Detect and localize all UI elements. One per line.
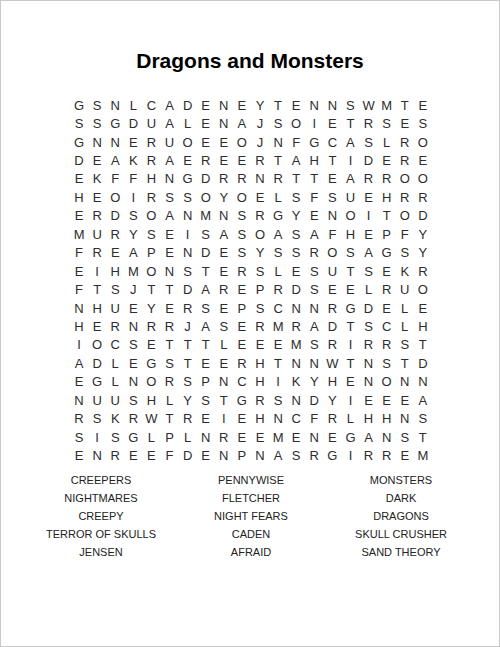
word-list-item: JENSEN	[26, 543, 176, 561]
grid-cell: E	[197, 354, 215, 372]
grid-cell: D	[88, 354, 106, 372]
grid-cell: R	[142, 133, 160, 151]
grid-cell: R	[179, 299, 197, 317]
grid-cell: T	[142, 280, 160, 298]
grid-cell: A	[305, 317, 323, 335]
grid-cell: F	[106, 170, 124, 188]
grid-cell: S	[106, 280, 124, 298]
grid-cell: M	[269, 428, 287, 446]
grid-cell: E	[124, 133, 142, 151]
grid-cell: N	[323, 96, 341, 114]
grid-cell: T	[88, 280, 106, 298]
grid-cell: E	[323, 114, 341, 132]
grid-cell: N	[179, 207, 197, 225]
grid-cell: J	[251, 114, 269, 132]
grid-cell: G	[124, 428, 142, 446]
grid-cell: T	[414, 336, 432, 354]
grid-cell: T	[341, 262, 359, 280]
grid-cell: E	[269, 336, 287, 354]
word-list-item: NIGHT FEARS	[176, 507, 326, 525]
grid-cell: A	[160, 114, 178, 132]
grid-cell: S	[305, 336, 323, 354]
grid-cell: S	[323, 188, 341, 206]
grid-cell: F	[124, 170, 142, 188]
grid-cell: E	[251, 188, 269, 206]
grid-cell: G	[233, 391, 251, 409]
grid-cell: R	[197, 151, 215, 169]
grid-cell: E	[251, 336, 269, 354]
grid-cell: T	[160, 280, 178, 298]
grid-cell: I	[341, 391, 359, 409]
grid-cell: Y	[414, 225, 432, 243]
grid-cell: N	[396, 373, 414, 391]
grid-cell: N	[378, 428, 396, 446]
grid-cell: Y	[251, 244, 269, 262]
grid-cell: S	[414, 409, 432, 427]
grid-cell: I	[88, 428, 106, 446]
grid-cell: D	[124, 114, 142, 132]
grid-cell: E	[396, 391, 414, 409]
grid-cell: E	[378, 299, 396, 317]
grid-cell: S	[233, 225, 251, 243]
grid-cell: R	[360, 336, 378, 354]
grid-cell: Y	[142, 299, 160, 317]
grid-cell: T	[197, 336, 215, 354]
grid-cell: S	[360, 133, 378, 151]
grid-cell: P	[197, 373, 215, 391]
grid-cell: F	[70, 244, 88, 262]
grid-cell: L	[360, 280, 378, 298]
grid-cell: R	[269, 170, 287, 188]
grid-cell: N	[106, 96, 124, 114]
grid-cell: S	[197, 225, 215, 243]
grid-cell: R	[323, 299, 341, 317]
grid-cell: A	[160, 96, 178, 114]
grid-cell: E	[179, 151, 197, 169]
grid-cell: W	[323, 354, 341, 372]
grid-cell: R	[179, 409, 197, 427]
grid-cell: H	[341, 225, 359, 243]
grid-cell: A	[197, 317, 215, 335]
grid-cell: O	[251, 225, 269, 243]
grid-cell: P	[142, 244, 160, 262]
grid-cell: Y	[215, 188, 233, 206]
grid-cell: N	[197, 428, 215, 446]
grid-cell: R	[215, 428, 233, 446]
grid-cell: R	[106, 317, 124, 335]
grid-cell: F	[305, 409, 323, 427]
grid-cell: S	[378, 114, 396, 132]
grid-cell: O	[179, 133, 197, 151]
grid-cell: R	[251, 151, 269, 169]
grid-cell: R	[215, 170, 233, 188]
grid-cell: Y	[323, 391, 341, 409]
grid-cell: I	[269, 373, 287, 391]
grid-cell: U	[142, 114, 160, 132]
grid-cell: O	[233, 133, 251, 151]
grid-cell: O	[142, 207, 160, 225]
grid-cell: R	[414, 262, 432, 280]
grid-cell: S	[269, 244, 287, 262]
grid-cell: E	[378, 151, 396, 169]
grid-cell: S	[305, 262, 323, 280]
grid-cell: K	[124, 151, 142, 169]
grid-cell: E	[233, 96, 251, 114]
grid-cell: O	[378, 373, 396, 391]
word-list: CREEPERSNIGHTMARESCREEPYTERROR OF SKULLS…	[26, 471, 476, 561]
grid-cell: A	[70, 354, 88, 372]
grid-cell: N	[305, 96, 323, 114]
grid-cell: S	[124, 336, 142, 354]
grid-cell: M	[197, 207, 215, 225]
grid-cell: O	[106, 188, 124, 206]
grid-cell: M	[124, 262, 142, 280]
grid-cell: R	[106, 225, 124, 243]
grid-cell: E	[233, 336, 251, 354]
grid-cell: L	[106, 373, 124, 391]
grid-cell: Y	[287, 207, 305, 225]
grid-cell: E	[414, 96, 432, 114]
grid-cell: E	[88, 151, 106, 169]
grid-cell: E	[414, 151, 432, 169]
grid-cell: Y	[124, 225, 142, 243]
grid-cell: A	[124, 244, 142, 262]
grid-cell: A	[197, 280, 215, 298]
grid-cell: E	[70, 373, 88, 391]
grid-cell: G	[378, 244, 396, 262]
grid-cell: E	[287, 428, 305, 446]
grid-cell: S	[179, 188, 197, 206]
grid-cell: E	[396, 114, 414, 132]
word-list-item: CREEPY	[26, 507, 176, 525]
grid-cell: T	[341, 354, 359, 372]
grid-cell: H	[70, 317, 88, 335]
grid-cell: N	[215, 96, 233, 114]
grid-cell: H	[414, 317, 432, 335]
grid-cell: R	[360, 114, 378, 132]
grid-cell: S	[305, 280, 323, 298]
grid-cell: A	[269, 225, 287, 243]
grid-cell: E	[197, 409, 215, 427]
word-list-item: SKULL CRUSHER	[326, 525, 476, 543]
grid-cell: S	[88, 409, 106, 427]
grid-cell: C	[233, 373, 251, 391]
grid-cell: S	[287, 244, 305, 262]
grid-cell: I	[88, 262, 106, 280]
grid-cell: E	[341, 280, 359, 298]
grid-cell: R	[378, 446, 396, 464]
grid-cell: D	[179, 446, 197, 464]
grid-cell: G	[70, 133, 88, 151]
grid-cell: E	[305, 207, 323, 225]
grid-cell: I	[305, 114, 323, 132]
grid-cell: I	[124, 188, 142, 206]
grid-cell: R	[106, 446, 124, 464]
word-list-item: CREEPERS	[26, 471, 176, 489]
grid-cell: N	[160, 262, 178, 280]
grid-cell: G	[341, 299, 359, 317]
grid-cell: R	[160, 373, 178, 391]
grid-cell: C	[106, 336, 124, 354]
grid-cell: I	[215, 409, 233, 427]
grid-cell: R	[378, 170, 396, 188]
grid-cell: T	[287, 170, 305, 188]
grid-cell: D	[305, 391, 323, 409]
grid-cell: R	[414, 188, 432, 206]
grid-cell: I	[70, 336, 88, 354]
word-list-column: PENNYWISEFLETCHERNIGHT FEARSCADENAFRAID	[176, 471, 326, 561]
grid-cell: L	[142, 428, 160, 446]
grid-cell: E	[142, 446, 160, 464]
grid-cell: D	[414, 207, 432, 225]
grid-cell: S	[341, 96, 359, 114]
grid-cell: T	[215, 391, 233, 409]
grid-cell: U	[323, 262, 341, 280]
grid-cell: E	[124, 299, 142, 317]
grid-cell: R	[88, 207, 106, 225]
grid-cell: Y	[251, 96, 269, 114]
grid-cell: O	[233, 188, 251, 206]
word-list-item: PENNYWISE	[176, 471, 326, 489]
grid-cell: S	[215, 317, 233, 335]
grid-cell: L	[179, 428, 197, 446]
grid-cell: Y	[179, 391, 197, 409]
grid-cell: T	[179, 354, 197, 372]
grid-cell: N	[179, 244, 197, 262]
grid-cell: P	[233, 299, 251, 317]
grid-cell: K	[396, 262, 414, 280]
grid-cell: T	[160, 409, 178, 427]
grid-cell: R	[378, 280, 396, 298]
grid-cell: A	[360, 428, 378, 446]
grid-cell: W	[360, 96, 378, 114]
grid-cell: H	[70, 188, 88, 206]
grid-cell: S	[233, 207, 251, 225]
grid-cell: L	[124, 96, 142, 114]
grid-cell: R	[251, 391, 269, 409]
grid-cell: M	[287, 336, 305, 354]
grid-cell: E	[70, 262, 88, 280]
grid-cell: G	[88, 373, 106, 391]
grid-cell: N	[106, 133, 124, 151]
grid-cell: O	[142, 262, 160, 280]
grid-cell: H	[323, 373, 341, 391]
puzzle-title: Dragons and Monsters	[1, 49, 499, 73]
grid-cell: S	[124, 207, 142, 225]
grid-cell: R	[142, 317, 160, 335]
grid-cell: N	[305, 299, 323, 317]
grid-cell: N	[360, 373, 378, 391]
grid-cell: H	[251, 373, 269, 391]
word-list-item: DARK	[326, 489, 476, 507]
grid-cell: D	[360, 151, 378, 169]
grid-cell: M	[414, 446, 432, 464]
grid-cell: S	[396, 428, 414, 446]
grid-cell: G	[179, 170, 197, 188]
grid-cell: T	[305, 170, 323, 188]
grid-cell: T	[197, 262, 215, 280]
grid-cell: E	[378, 262, 396, 280]
grid-cell: A	[305, 225, 323, 243]
grid-cell: K	[287, 373, 305, 391]
grid-cell: O	[323, 244, 341, 262]
grid-cell: E	[323, 280, 341, 298]
grid-cell: F	[70, 280, 88, 298]
word-list-item: NIGHTMARES	[26, 489, 176, 507]
grid-cell: E	[215, 354, 233, 372]
grid-cell: N	[251, 446, 269, 464]
grid-cell: S	[179, 373, 197, 391]
grid-cell: G	[341, 428, 359, 446]
grid-cell: N	[215, 114, 233, 132]
grid-cell: E	[215, 151, 233, 169]
grid-cell: S	[396, 336, 414, 354]
grid-cell: U	[396, 280, 414, 298]
grid-cell: N	[269, 133, 287, 151]
word-list-item: CADEN	[176, 525, 326, 543]
grid-cell: E	[88, 317, 106, 335]
grid-cell: S	[88, 114, 106, 132]
grid-cell: S	[233, 244, 251, 262]
grid-cell: L	[215, 336, 233, 354]
grid-cell: R	[305, 446, 323, 464]
grid-cell: R	[396, 188, 414, 206]
grid-cell: E	[160, 225, 178, 243]
grid-cell: O	[414, 280, 432, 298]
grid-cell: G	[106, 114, 124, 132]
grid-cell: E	[233, 151, 251, 169]
grid-cell: G	[305, 133, 323, 151]
grid-cell: L	[269, 188, 287, 206]
grid-cell: E	[70, 207, 88, 225]
grid-cell: F	[305, 188, 323, 206]
grid-cell: E	[197, 133, 215, 151]
word-list-item: DRAGONS	[326, 507, 476, 525]
grid-cell: A	[269, 446, 287, 464]
grid-cell: E	[233, 409, 251, 427]
grid-cell: K	[106, 409, 124, 427]
grid-cell: E	[215, 244, 233, 262]
grid-cell: T	[396, 354, 414, 372]
grid-cell: S	[287, 446, 305, 464]
grid-cell: E	[197, 96, 215, 114]
grid-cell: F	[323, 225, 341, 243]
grid-cell: G	[323, 446, 341, 464]
grid-cell: S	[251, 262, 269, 280]
grid-cell: R	[378, 336, 396, 354]
grid-cell: S	[197, 299, 215, 317]
grid-cell: F	[160, 446, 178, 464]
grid-cell: P	[378, 225, 396, 243]
grid-cell: J	[124, 280, 142, 298]
grid-cell: M	[378, 96, 396, 114]
grid-cell: N	[414, 373, 432, 391]
grid-cell: A	[160, 151, 178, 169]
grid-cell: E	[414, 299, 432, 317]
grid-cell: A	[341, 133, 359, 151]
grid-cell: N	[305, 354, 323, 372]
grid-cell: A	[414, 391, 432, 409]
grid-cell: K	[88, 170, 106, 188]
grid-cell: R	[233, 170, 251, 188]
grid-cell: E	[251, 428, 269, 446]
grid-cell: R	[360, 446, 378, 464]
grid-cell: F	[396, 225, 414, 243]
grid-cell: T	[341, 114, 359, 132]
grid-cell: R	[233, 262, 251, 280]
grid-cell: G	[70, 96, 88, 114]
grid-cell: S	[88, 96, 106, 114]
grid-cell: N	[70, 391, 88, 409]
word-list-item: AFRAID	[176, 543, 326, 561]
grid-cell: E	[360, 188, 378, 206]
grid-cell: I	[341, 336, 359, 354]
grid-cell: S	[414, 114, 432, 132]
grid-cell: D	[106, 207, 124, 225]
grid-cell: R	[360, 170, 378, 188]
grid-cell: C	[378, 317, 396, 335]
grid-cell: P	[251, 280, 269, 298]
grid-cell: T	[179, 336, 197, 354]
grid-cell: E	[360, 391, 378, 409]
grid-cell: J	[251, 133, 269, 151]
grid-cell: D	[70, 151, 88, 169]
grid-cell: D	[323, 317, 341, 335]
word-list-column: MONSTERSDARKDRAGONSSKULL CRUSHERSAND THE…	[326, 471, 476, 561]
grid-cell: L	[106, 354, 124, 372]
grid-cell: D	[197, 170, 215, 188]
grid-cell: W	[142, 409, 160, 427]
grid-cell: S	[378, 354, 396, 372]
grid-cell: E	[106, 244, 124, 262]
grid-cell: H	[378, 188, 396, 206]
grid-cell: N	[88, 446, 106, 464]
grid-cell: D	[179, 280, 197, 298]
grid-cell: R	[287, 317, 305, 335]
grid-cell: A	[160, 207, 178, 225]
grid-cell: S	[197, 391, 215, 409]
grid-cell: C	[323, 133, 341, 151]
grid-cell: S	[142, 225, 160, 243]
grid-cell: N	[396, 409, 414, 427]
grid-cell: O	[341, 207, 359, 225]
grid-cell: R	[305, 244, 323, 262]
grid-cell: O	[88, 336, 106, 354]
grid-cell: A	[287, 151, 305, 169]
grid-cell: H	[88, 299, 106, 317]
grid-cell: R	[396, 151, 414, 169]
grid-cell: R	[251, 207, 269, 225]
grid-cell: Y	[305, 373, 323, 391]
grid-cell: R	[251, 317, 269, 335]
grid-cell: N	[124, 317, 142, 335]
grid-cell: P	[160, 428, 178, 446]
grid-cell: S	[251, 299, 269, 317]
grid-cell: T	[323, 151, 341, 169]
grid-cell: L	[396, 299, 414, 317]
grid-cell: H	[378, 409, 396, 427]
grid-cell: E	[215, 299, 233, 317]
grid-cell: I	[360, 207, 378, 225]
grid-cell: M	[269, 317, 287, 335]
grid-cell: L	[179, 114, 197, 132]
grid-cell: U	[106, 391, 124, 409]
grid-cell: E	[88, 188, 106, 206]
grid-cell: R	[88, 244, 106, 262]
grid-cell: E	[360, 225, 378, 243]
grid-cell: E	[70, 170, 88, 188]
grid-cell: L	[341, 409, 359, 427]
